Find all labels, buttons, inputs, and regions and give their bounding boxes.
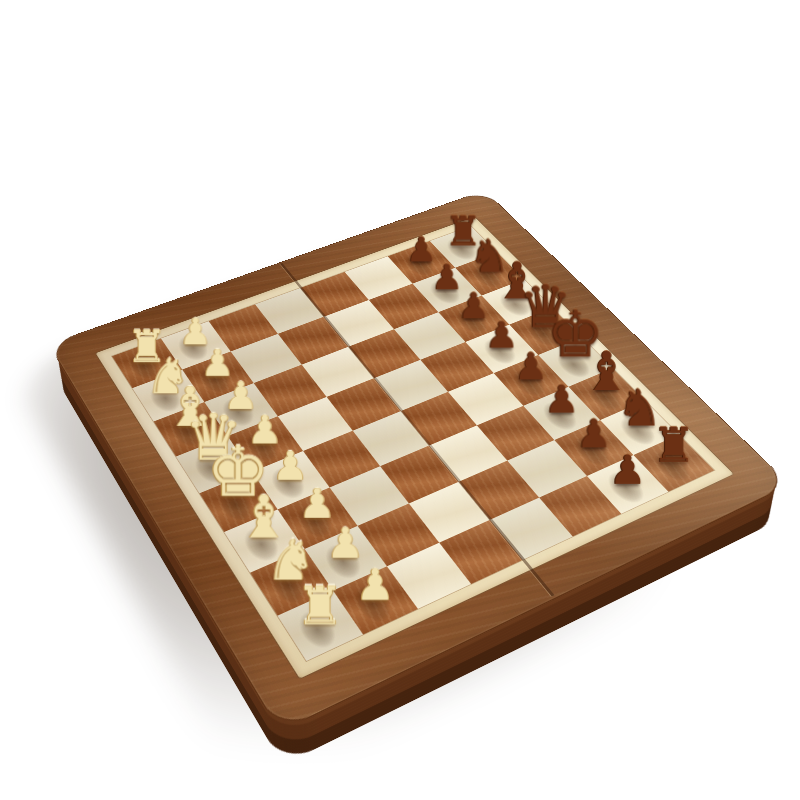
chess-board: ♜♞♝♛♚♝♞♜♟♟♟♟♟♟♟♟♟♟♟♟♟♟♟♟♜♞♝♛♚♝♞♜	[48, 190, 790, 732]
square-f4	[380, 446, 459, 504]
black-pawn-glyph: ♟	[580, 449, 675, 489]
square-f6	[477, 406, 554, 461]
square-g4	[409, 482, 490, 543]
square-g6	[507, 440, 587, 498]
chess-set-photo: ♜♞♝♛♚♝♞♜♟♟♟♟♟♟♟♟♟♟♟♟♟♟♟♟♜♞♝♛♚♝♞♜	[0, 0, 800, 800]
square-f5	[429, 425, 507, 481]
white-rook-glyph: ♜	[268, 578, 372, 631]
square-g5	[459, 461, 539, 520]
